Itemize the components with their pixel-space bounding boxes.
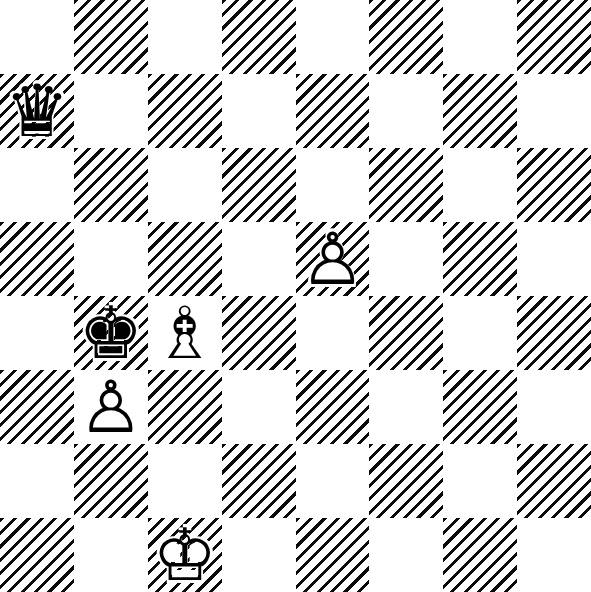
square-b4[interactable]: ♚♚ [74, 296, 148, 370]
square-d4[interactable] [222, 296, 296, 370]
square-a4[interactable] [0, 296, 74, 370]
square-h1[interactable] [517, 518, 591, 592]
piece-glyph: ♙ [79, 371, 144, 443]
square-f6[interactable] [369, 148, 443, 222]
square-c4[interactable]: ♝♗ [148, 296, 222, 370]
square-a6[interactable] [0, 148, 74, 222]
square-d3[interactable] [222, 370, 296, 444]
square-g7[interactable] [443, 74, 517, 148]
square-f3[interactable] [369, 370, 443, 444]
square-d6[interactable] [222, 148, 296, 222]
square-g1[interactable] [443, 518, 517, 592]
square-h2[interactable] [517, 444, 591, 518]
square-d8[interactable] [222, 0, 296, 74]
piece-glyph: ♔ [152, 519, 217, 591]
square-e7[interactable] [296, 74, 370, 148]
square-b8[interactable] [74, 0, 148, 74]
piece-glyph: ♛ [5, 75, 70, 147]
piece-white-pawn[interactable]: ♟♙ [74, 370, 148, 444]
square-f1[interactable] [369, 518, 443, 592]
square-g6[interactable] [443, 148, 517, 222]
square-f7[interactable] [369, 74, 443, 148]
square-h7[interactable] [517, 74, 591, 148]
square-g8[interactable] [443, 0, 517, 74]
square-h5[interactable] [517, 222, 591, 296]
square-e5[interactable]: ♟♙ [296, 222, 370, 296]
square-d2[interactable] [222, 444, 296, 518]
square-a2[interactable] [0, 444, 74, 518]
square-a5[interactable] [0, 222, 74, 296]
square-h8[interactable] [517, 0, 591, 74]
square-h4[interactable] [517, 296, 591, 370]
square-c5[interactable] [148, 222, 222, 296]
square-b3[interactable]: ♟♙ [74, 370, 148, 444]
square-c6[interactable] [148, 148, 222, 222]
piece-glyph: ♚ [79, 297, 144, 369]
square-e4[interactable] [296, 296, 370, 370]
square-e3[interactable] [296, 370, 370, 444]
square-f8[interactable] [369, 0, 443, 74]
square-d7[interactable] [222, 74, 296, 148]
square-d1[interactable] [222, 518, 296, 592]
square-b5[interactable] [74, 222, 148, 296]
square-f2[interactable] [369, 444, 443, 518]
square-a3[interactable] [0, 370, 74, 444]
chess-board: ♛♛♟♙♚♚♝♗♟♙♚♔ [0, 0, 591, 592]
square-a1[interactable] [0, 518, 74, 592]
square-c2[interactable] [148, 444, 222, 518]
piece-black-queen[interactable]: ♛♛ [0, 74, 74, 148]
square-a8[interactable] [0, 0, 74, 74]
square-c7[interactable] [148, 74, 222, 148]
square-f4[interactable] [369, 296, 443, 370]
square-g2[interactable] [443, 444, 517, 518]
square-b6[interactable] [74, 148, 148, 222]
square-h3[interactable] [517, 370, 591, 444]
piece-white-pawn[interactable]: ♟♙ [296, 222, 370, 296]
square-c1[interactable]: ♚♔ [148, 518, 222, 592]
piece-glyph: ♙ [300, 223, 365, 295]
square-h6[interactable] [517, 148, 591, 222]
square-e6[interactable] [296, 148, 370, 222]
piece-black-king[interactable]: ♚♚ [74, 296, 148, 370]
square-g4[interactable] [443, 296, 517, 370]
square-a7[interactable]: ♛♛ [0, 74, 74, 148]
square-d5[interactable] [222, 222, 296, 296]
square-e8[interactable] [296, 0, 370, 74]
square-f5[interactable] [369, 222, 443, 296]
square-g5[interactable] [443, 222, 517, 296]
square-e1[interactable] [296, 518, 370, 592]
square-e2[interactable] [296, 444, 370, 518]
square-g3[interactable] [443, 370, 517, 444]
square-c3[interactable] [148, 370, 222, 444]
square-b2[interactable] [74, 444, 148, 518]
piece-white-king[interactable]: ♚♔ [148, 518, 222, 592]
piece-glyph: ♗ [152, 297, 217, 369]
square-c8[interactable] [148, 0, 222, 74]
piece-white-bishop[interactable]: ♝♗ [148, 296, 222, 370]
square-b1[interactable] [74, 518, 148, 592]
square-b7[interactable] [74, 74, 148, 148]
